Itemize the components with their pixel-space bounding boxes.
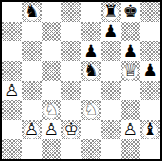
square-b7[interactable]	[22, 22, 42, 42]
square-e8[interactable]	[81, 2, 101, 22]
square-h7[interactable]	[140, 22, 160, 42]
square-g2[interactable]: ♙	[121, 120, 141, 140]
square-g6[interactable]: ♟	[121, 41, 141, 61]
piece-black-pawn[interactable]: ♟	[121, 42, 139, 60]
piece-black-king[interactable]: ♚	[121, 3, 139, 21]
piece-white-pawn[interactable]: ♙	[121, 121, 139, 139]
piece-black-knight[interactable]: ♞	[82, 62, 100, 80]
chess-board-frame: ♞♜♚♟♟♟♞♕♟♙♘♘♙♙♔♙♝	[0, 0, 162, 161]
square-f4[interactable]	[101, 81, 121, 101]
square-b6[interactable]	[22, 41, 42, 61]
piece-black-pawn[interactable]: ♟	[141, 62, 159, 80]
square-g7[interactable]	[121, 22, 141, 42]
square-f5[interactable]	[101, 61, 121, 81]
square-f1[interactable]	[101, 139, 121, 159]
square-d8[interactable]	[61, 2, 81, 22]
square-h6[interactable]	[140, 41, 160, 61]
square-d4[interactable]	[61, 81, 81, 101]
square-c2[interactable]: ♙	[42, 120, 62, 140]
piece-white-pawn[interactable]: ♙	[23, 121, 41, 139]
square-e5[interactable]: ♞	[81, 61, 101, 81]
square-a1[interactable]	[2, 139, 22, 159]
piece-white-knight[interactable]: ♘	[82, 101, 100, 119]
piece-white-king[interactable]: ♔	[62, 121, 80, 139]
square-f2[interactable]	[101, 120, 121, 140]
square-f3[interactable]	[101, 100, 121, 120]
square-e2[interactable]	[81, 120, 101, 140]
square-e3[interactable]: ♘	[81, 100, 101, 120]
square-d2[interactable]: ♔	[61, 120, 81, 140]
piece-black-rook[interactable]: ♜	[102, 3, 120, 21]
chess-board: ♞♜♚♟♟♟♞♕♟♙♘♘♙♙♔♙♝	[2, 2, 160, 159]
square-h8[interactable]	[140, 2, 160, 22]
square-c6[interactable]	[42, 41, 62, 61]
square-e4[interactable]	[81, 81, 101, 101]
square-e1[interactable]	[81, 139, 101, 159]
piece-white-pawn[interactable]: ♙	[42, 121, 60, 139]
piece-black-knight[interactable]: ♞	[23, 3, 41, 21]
piece-black-pawn[interactable]: ♟	[82, 42, 100, 60]
square-d6[interactable]	[61, 41, 81, 61]
piece-black-pawn[interactable]: ♟	[102, 22, 120, 40]
square-b8[interactable]: ♞	[22, 2, 42, 22]
square-a3[interactable]	[2, 100, 22, 120]
square-e7[interactable]	[81, 22, 101, 42]
square-c3[interactable]: ♘	[42, 100, 62, 120]
piece-black-bishop[interactable]: ♝	[141, 121, 159, 139]
square-g8[interactable]: ♚	[121, 2, 141, 22]
square-h4[interactable]	[140, 81, 160, 101]
square-d5[interactable]	[61, 61, 81, 81]
square-b2[interactable]: ♙	[22, 120, 42, 140]
square-a5[interactable]	[2, 61, 22, 81]
square-h2[interactable]: ♝	[140, 120, 160, 140]
square-h5[interactable]: ♟	[140, 61, 160, 81]
piece-white-queen[interactable]: ♕	[121, 62, 139, 80]
square-c7[interactable]	[42, 22, 62, 42]
square-a8[interactable]	[2, 2, 22, 22]
square-a6[interactable]	[2, 41, 22, 61]
square-b1[interactable]	[22, 139, 42, 159]
square-g1[interactable]	[121, 139, 141, 159]
piece-white-knight[interactable]: ♘	[42, 101, 60, 119]
square-a4[interactable]: ♙	[2, 81, 22, 101]
square-a2[interactable]	[2, 120, 22, 140]
square-f6[interactable]	[101, 41, 121, 61]
square-g3[interactable]	[121, 100, 141, 120]
square-d7[interactable]	[61, 22, 81, 42]
square-f7[interactable]: ♟	[101, 22, 121, 42]
square-h1[interactable]	[140, 139, 160, 159]
square-b5[interactable]	[22, 61, 42, 81]
square-g4[interactable]	[121, 81, 141, 101]
square-c5[interactable]	[42, 61, 62, 81]
square-e6[interactable]: ♟	[81, 41, 101, 61]
square-c4[interactable]	[42, 81, 62, 101]
square-c1[interactable]	[42, 139, 62, 159]
square-a7[interactable]	[2, 22, 22, 42]
square-d3[interactable]	[61, 100, 81, 120]
square-d1[interactable]	[61, 139, 81, 159]
square-h3[interactable]	[140, 100, 160, 120]
square-f8[interactable]: ♜	[101, 2, 121, 22]
square-c8[interactable]	[42, 2, 62, 22]
piece-white-pawn[interactable]: ♙	[3, 81, 21, 99]
square-g5[interactable]: ♕	[121, 61, 141, 81]
square-b3[interactable]	[22, 100, 42, 120]
square-b4[interactable]	[22, 81, 42, 101]
